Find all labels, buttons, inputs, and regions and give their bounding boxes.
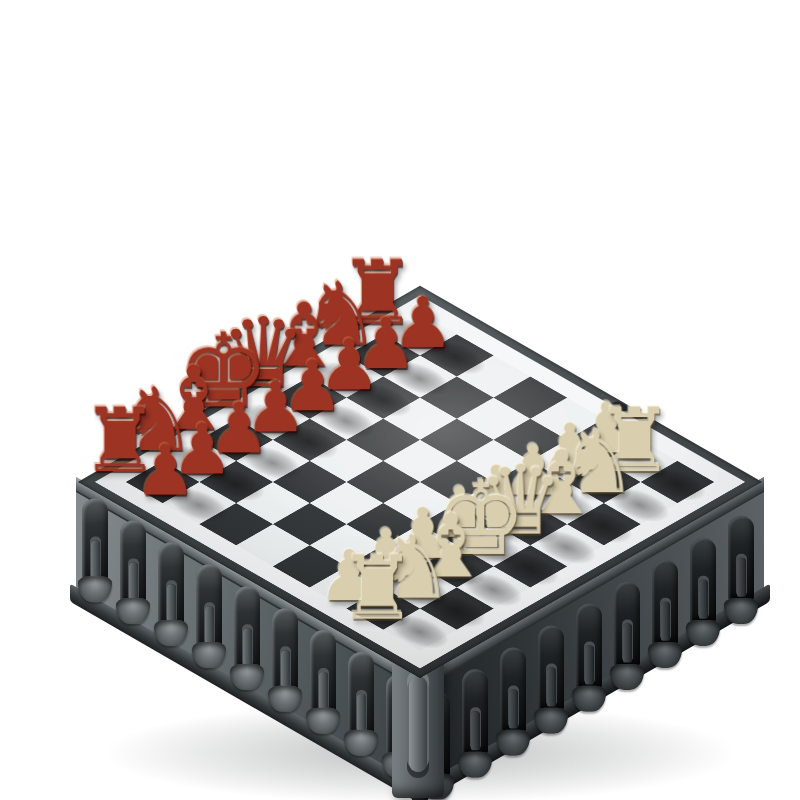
base-arch-niche (348, 652, 374, 736)
base-arch-niche (614, 582, 640, 666)
base-basin-peg (268, 686, 302, 712)
base-arch-niche (500, 647, 526, 731)
base-arch-niche (120, 520, 146, 604)
base-arch-niche (690, 538, 716, 622)
piece-red-pawn: ♟ (134, 436, 197, 506)
base-basin-peg (230, 664, 264, 690)
base-basin-peg (306, 708, 340, 734)
base-basin-peg (724, 598, 758, 624)
base-arch-niche (272, 608, 298, 692)
piece-bone-rook: ♜ (338, 545, 417, 633)
product-photo: ♜♟♞♟♝♟♛♟♚♟♝♟♟♞♜♟♟♜♞♟♟♝♟♛♟♚♟♝♟♞♟♜ (0, 0, 800, 800)
base-arch-niche (310, 630, 336, 714)
base-basin-peg (686, 620, 720, 646)
base-basin-peg (192, 642, 226, 668)
base-arch-niche (576, 604, 602, 688)
base-basin-peg (154, 620, 188, 646)
base-basin-peg (78, 576, 112, 602)
base-arch-niche (652, 560, 678, 644)
base-arch-niche (196, 564, 222, 648)
base-arch-niche (82, 498, 108, 582)
base-basin-peg (648, 642, 682, 668)
base-arch-niche (728, 516, 754, 600)
base-arch-niche (234, 586, 260, 670)
square-h5 (236, 524, 310, 566)
base-arch-niche (538, 625, 564, 709)
base-basin-peg (610, 664, 644, 690)
base-arch-niche (462, 669, 488, 753)
base-basin-peg (116, 598, 150, 624)
base-basin-peg (344, 730, 378, 756)
base-arch-niche (158, 542, 184, 626)
